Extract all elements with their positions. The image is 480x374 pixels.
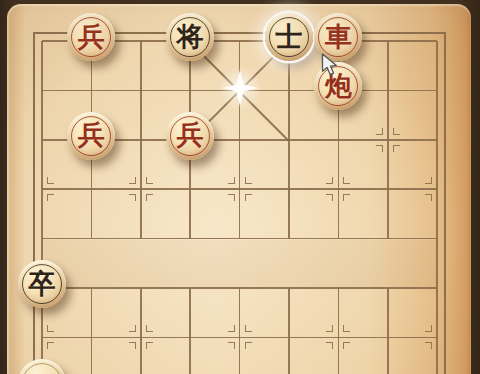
point-marker (47, 194, 54, 201)
black-advisor[interactable]: 士 (265, 13, 313, 61)
point-marker (245, 342, 252, 349)
point-marker (326, 194, 333, 201)
xiangqi-app: 兵将士車炮兵兵卒 (0, 0, 480, 374)
point-marker (343, 194, 350, 201)
point-marker (129, 177, 136, 184)
piece-glyph: 兵 (78, 121, 105, 150)
piece-glyph: 兵 (78, 23, 105, 52)
black-soldier[interactable]: 卒 (18, 260, 66, 308)
point-marker (425, 194, 432, 201)
point-marker (245, 325, 252, 332)
point-marker (146, 194, 153, 201)
xiangqi-board[interactable]: 兵将士車炮兵兵卒 (7, 4, 471, 374)
point-marker (228, 194, 235, 201)
red-soldier[interactable]: 兵 (166, 112, 214, 160)
red-soldier[interactable]: 兵 (67, 112, 115, 160)
black-general[interactable]: 将 (166, 13, 214, 61)
point-marker (228, 342, 235, 349)
point-marker (326, 325, 333, 332)
point-marker (393, 128, 400, 135)
piece-glyph: 卒 (29, 270, 56, 299)
piece-glyph: 車 (325, 23, 352, 52)
point-marker (343, 177, 350, 184)
red-soldier[interactable]: 兵 (67, 13, 115, 61)
point-marker (245, 177, 252, 184)
point-marker (326, 177, 333, 184)
point-marker (376, 145, 383, 152)
piece-glyph: 炮 (325, 72, 352, 101)
point-marker (146, 342, 153, 349)
point-marker (146, 325, 153, 332)
point-marker (47, 342, 54, 349)
piece-glyph: 兵 (177, 121, 204, 150)
red-chariot[interactable]: 車 (314, 13, 362, 61)
point-marker (425, 342, 432, 349)
point-marker (129, 325, 136, 332)
point-marker (376, 128, 383, 135)
point-marker (228, 177, 235, 184)
point-marker (326, 342, 333, 349)
piece-glyph: 将 (177, 23, 204, 52)
point-marker (228, 325, 235, 332)
red-cannon[interactable]: 炮 (314, 62, 362, 110)
point-marker (47, 177, 54, 184)
point-marker (343, 325, 350, 332)
point-marker (245, 194, 252, 201)
piece-glyph: 士 (276, 23, 303, 52)
point-marker (425, 325, 432, 332)
point-marker (129, 342, 136, 349)
point-marker (343, 342, 350, 349)
point-marker (47, 325, 54, 332)
point-marker (146, 177, 153, 184)
point-marker (425, 177, 432, 184)
point-marker (129, 194, 136, 201)
point-marker (393, 145, 400, 152)
